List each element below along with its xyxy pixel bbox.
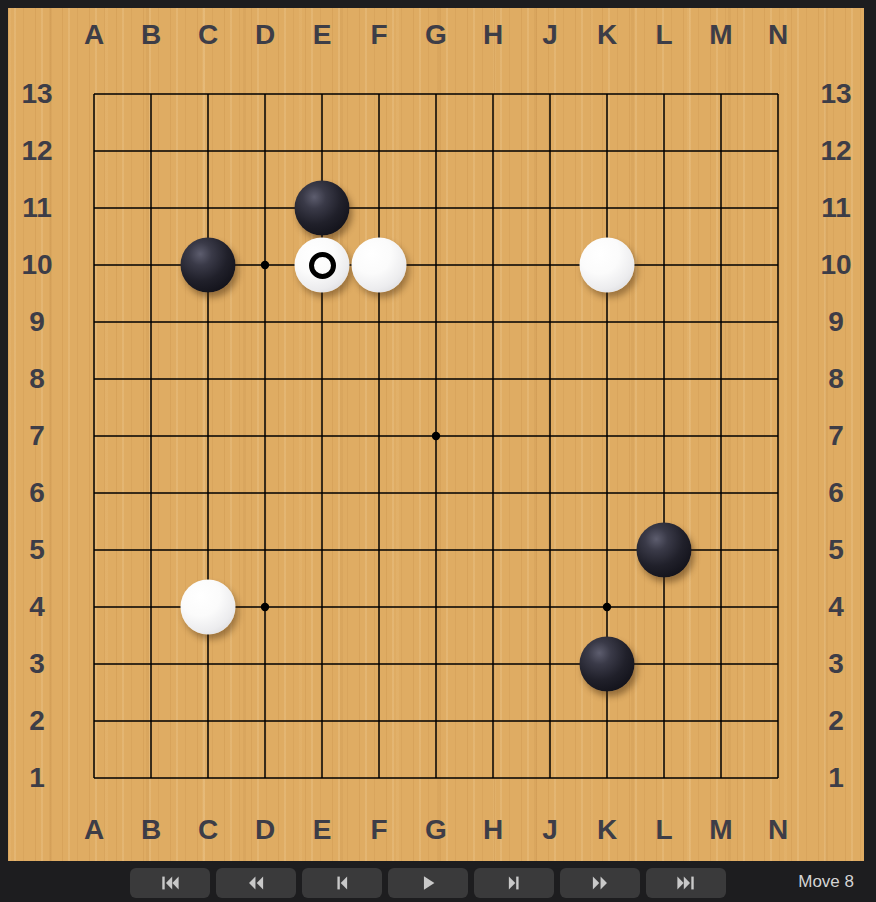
stone-f10-white (352, 238, 407, 293)
fast-forward-button[interactable] (560, 868, 640, 898)
grid-lines (8, 8, 864, 861)
stone-k3-black (580, 637, 635, 692)
step-forward-button[interactable] (474, 868, 554, 898)
row-label-left-13: 13 (21, 78, 52, 110)
play-button[interactable] (388, 868, 468, 898)
row-label-right-9: 9 (828, 306, 844, 338)
column-label-bottom-M: M (709, 814, 732, 846)
column-label-top-J: J (542, 19, 558, 51)
row-label-right-12: 12 (820, 135, 851, 167)
row-label-left-3: 3 (29, 648, 45, 680)
row-label-left-9: 9 (29, 306, 45, 338)
stone-e11-black (295, 181, 350, 236)
column-label-top-E: E (313, 19, 332, 51)
move-counter: Move 8 (798, 872, 854, 892)
column-label-bottom-B: B (141, 814, 161, 846)
skip-first-icon (159, 872, 181, 894)
go-board[interactable]: AABBCCDDEEFFGGHHJJKKLLMMNN13131212111110… (8, 8, 864, 861)
step-forward-icon (503, 872, 525, 894)
column-label-top-G: G (425, 19, 447, 51)
row-label-left-12: 12 (21, 135, 52, 167)
stone-c4-white (181, 580, 236, 635)
column-label-bottom-E: E (313, 814, 332, 846)
column-label-bottom-H: H (483, 814, 503, 846)
column-label-bottom-F: F (370, 814, 387, 846)
navigation-bar: Move 8 (0, 861, 876, 902)
row-label-left-2: 2 (29, 705, 45, 737)
row-label-left-7: 7 (29, 420, 45, 452)
column-label-top-N: N (768, 19, 788, 51)
column-label-top-H: H (483, 19, 503, 51)
skip-last-button[interactable] (646, 868, 726, 898)
star-point (261, 261, 269, 269)
stone-c10-black (181, 238, 236, 293)
skip-first-button[interactable] (130, 868, 210, 898)
row-label-right-13: 13 (820, 78, 851, 110)
row-label-right-1: 1 (828, 762, 844, 794)
row-label-left-1: 1 (29, 762, 45, 794)
column-label-bottom-L: L (655, 814, 672, 846)
row-label-left-11: 11 (22, 192, 52, 224)
row-label-right-10: 10 (820, 249, 851, 281)
row-label-right-7: 7 (828, 420, 844, 452)
stone-k10-white (580, 238, 635, 293)
fast-rewind-icon (245, 872, 267, 894)
column-label-bottom-D: D (255, 814, 275, 846)
row-label-right-3: 3 (828, 648, 844, 680)
last-move-marker-icon (309, 252, 336, 279)
fast-forward-icon (589, 872, 611, 894)
column-label-top-L: L (655, 19, 672, 51)
step-back-button[interactable] (302, 868, 382, 898)
column-label-bottom-J: J (542, 814, 558, 846)
play-icon (417, 872, 439, 894)
star-point (261, 603, 269, 611)
row-label-left-5: 5 (29, 534, 45, 566)
stone-e10-white (295, 238, 350, 293)
column-label-top-C: C (198, 19, 218, 51)
stone-l5-black (637, 523, 692, 578)
row-label-left-4: 4 (29, 591, 45, 623)
column-label-top-K: K (597, 19, 617, 51)
column-label-bottom-K: K (597, 814, 617, 846)
go-app-window: AABBCCDDEEFFGGHHJJKKLLMMNN13131212111110… (0, 0, 876, 902)
row-label-right-2: 2 (828, 705, 844, 737)
row-label-right-11: 11 (821, 192, 851, 224)
column-label-top-B: B (141, 19, 161, 51)
row-label-left-8: 8 (29, 363, 45, 395)
row-label-left-10: 10 (21, 249, 52, 281)
row-label-right-4: 4 (828, 591, 844, 623)
column-label-top-M: M (709, 19, 732, 51)
column-label-bottom-C: C (198, 814, 218, 846)
column-label-bottom-N: N (768, 814, 788, 846)
column-label-top-F: F (370, 19, 387, 51)
fast-rewind-button[interactable] (216, 868, 296, 898)
column-label-top-D: D (255, 19, 275, 51)
row-label-right-6: 6 (828, 477, 844, 509)
column-label-bottom-G: G (425, 814, 447, 846)
row-label-left-6: 6 (29, 477, 45, 509)
row-label-right-8: 8 (828, 363, 844, 395)
column-label-bottom-A: A (84, 814, 104, 846)
navigation-buttons (130, 868, 726, 898)
column-label-top-A: A (84, 19, 104, 51)
skip-last-icon (675, 872, 697, 894)
row-label-right-5: 5 (828, 534, 844, 566)
step-back-icon (331, 872, 353, 894)
star-point (432, 432, 440, 440)
star-point (603, 603, 611, 611)
